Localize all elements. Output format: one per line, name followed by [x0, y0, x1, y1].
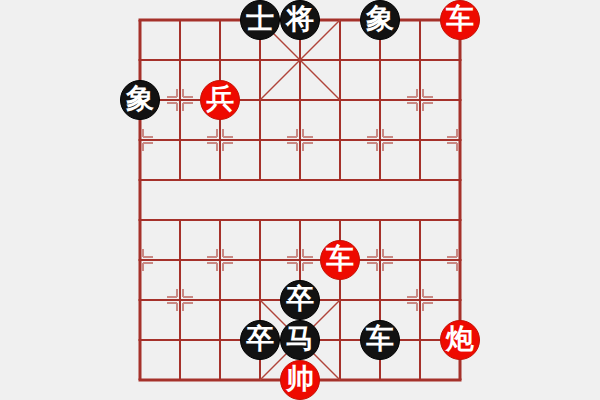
piece-red-chariot-f5r6[interactable]: 车 [320, 240, 360, 280]
piece-glyph: 马 [286, 325, 314, 353]
piece-black-horse-f4r8[interactable]: 马 [280, 320, 320, 360]
xiangqi-board[interactable]: 士将象车象兵车卒卒马车炮帅 [120, 0, 480, 400]
piece-glyph: 卒 [286, 285, 314, 313]
piece-red-pawn-f2r2[interactable]: 兵 [200, 80, 240, 120]
piece-black-chariot-f6r8[interactable]: 车 [360, 320, 400, 360]
piece-glyph: 车 [446, 5, 474, 33]
piece-glyph: 车 [326, 245, 354, 273]
piece-black-pawn-f3r8[interactable]: 卒 [240, 320, 280, 360]
piece-glyph: 士 [246, 5, 274, 33]
piece-glyph: 象 [126, 85, 154, 113]
piece-red-cannon-f8r8[interactable]: 炮 [440, 320, 480, 360]
piece-black-advisor-f3r0[interactable]: 士 [240, 0, 280, 40]
piece-glyph: 炮 [446, 325, 474, 353]
piece-red-general-f4r9[interactable]: 帅 [280, 360, 320, 400]
piece-red-chariot-f8r0[interactable]: 车 [440, 0, 480, 40]
piece-glyph: 卒 [246, 325, 274, 353]
piece-black-elephant-f0r2[interactable]: 象 [120, 80, 160, 120]
piece-black-pawn-f4r7[interactable]: 卒 [280, 280, 320, 320]
piece-glyph: 将 [286, 5, 314, 33]
piece-glyph: 车 [366, 325, 394, 353]
piece-glyph: 象 [366, 5, 394, 33]
xiangqi-screen: 士将象车象兵车卒卒马车炮帅 [0, 0, 600, 400]
piece-black-general-f4r0[interactable]: 将 [280, 0, 320, 40]
piece-glyph: 帅 [286, 365, 314, 393]
piece-black-elephant-f6r0[interactable]: 象 [360, 0, 400, 40]
piece-glyph: 兵 [206, 85, 234, 113]
